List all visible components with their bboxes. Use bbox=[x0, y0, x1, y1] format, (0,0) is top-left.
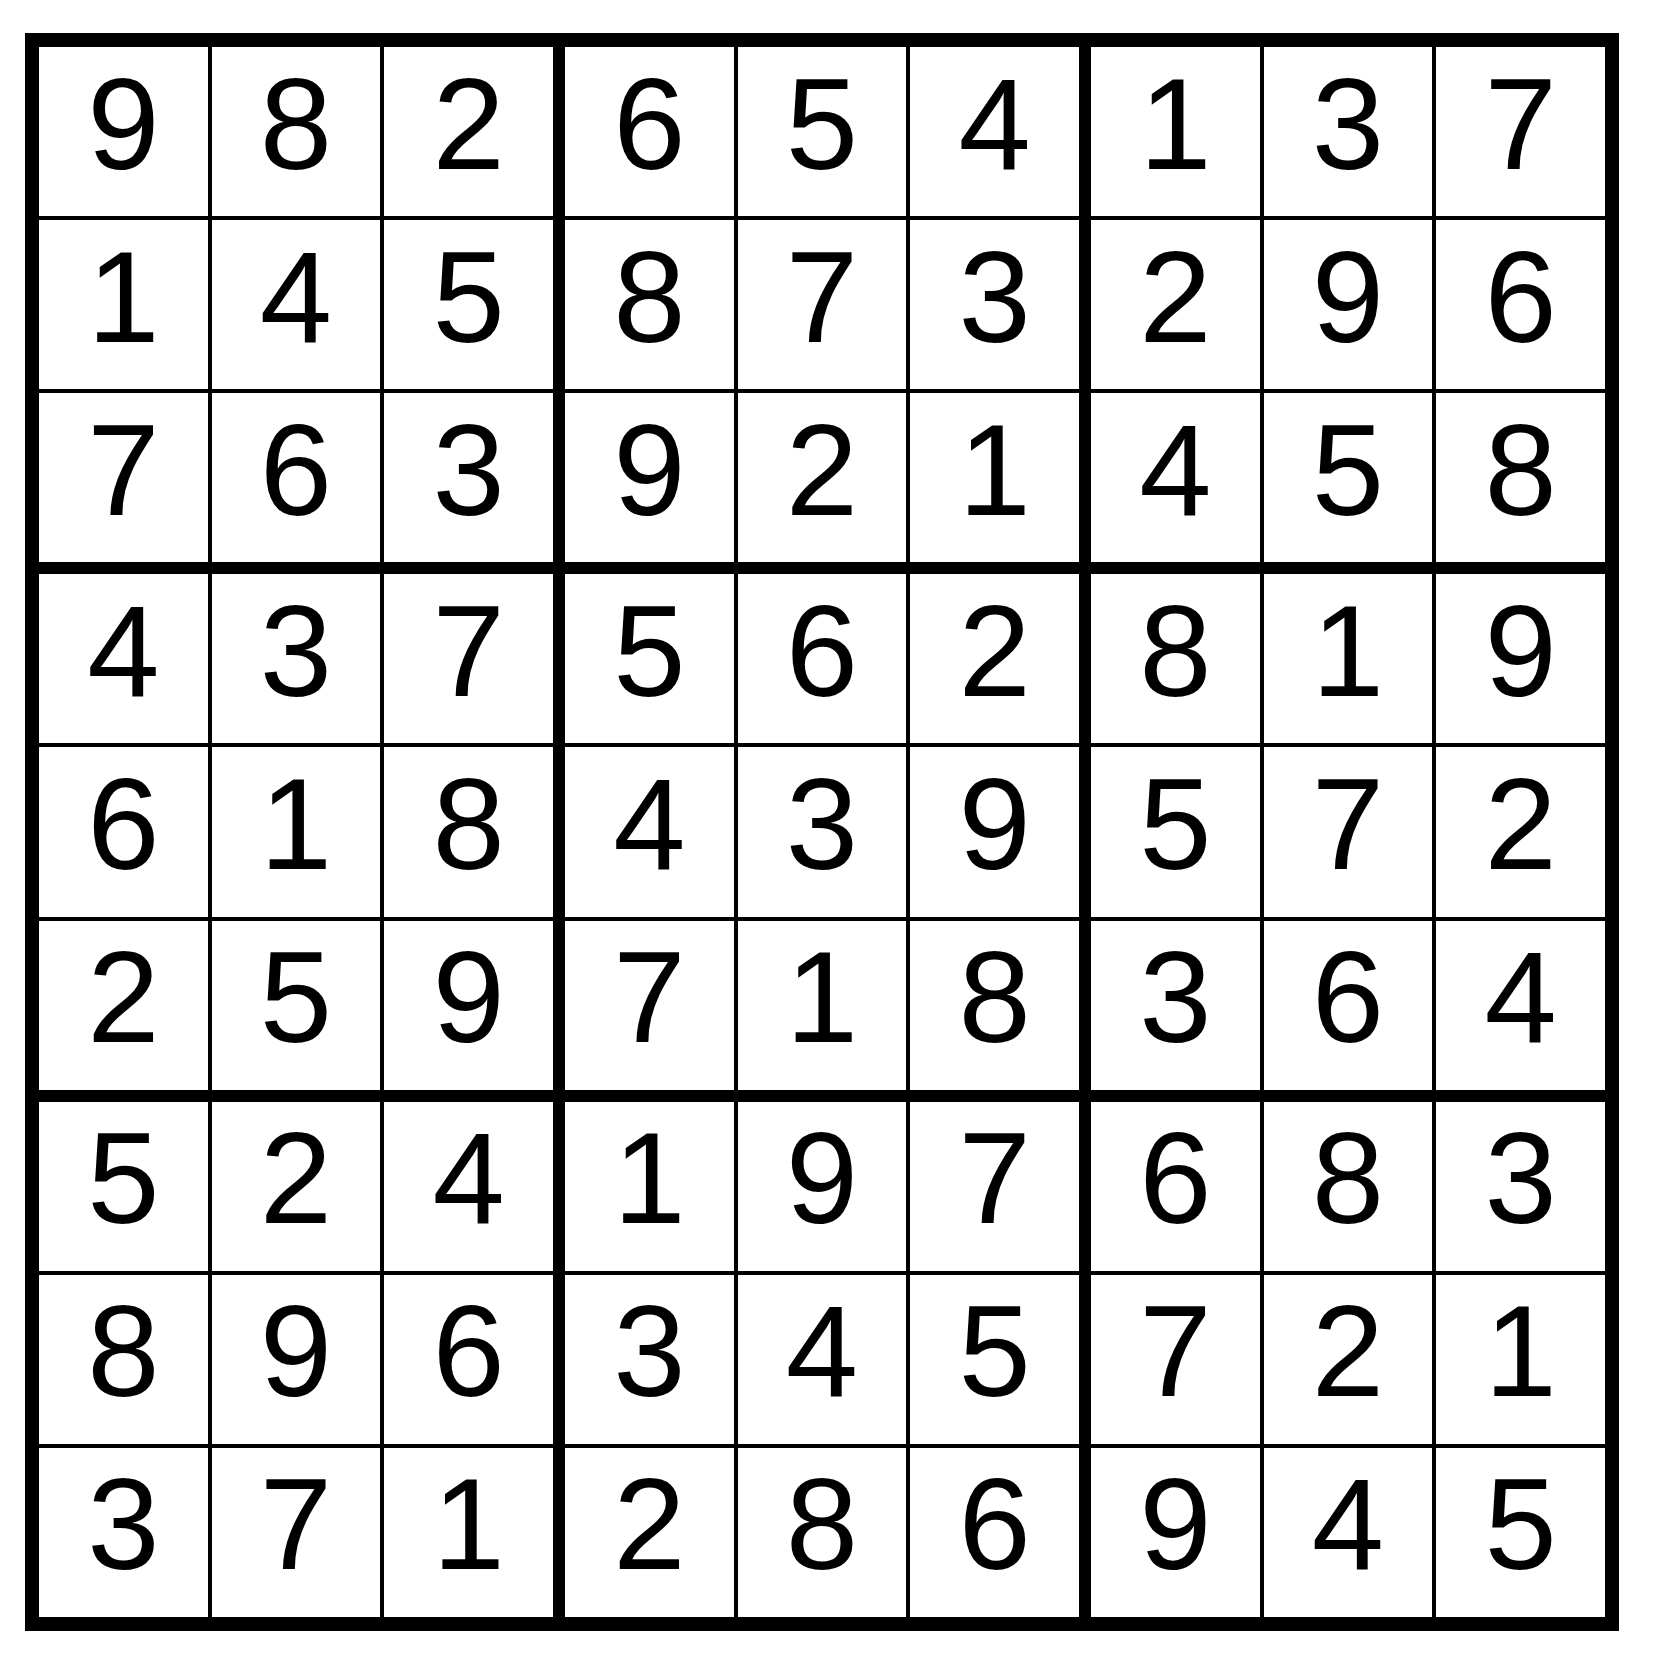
cell-digit: 9 bbox=[1312, 232, 1384, 362]
cell-r7c2[interactable]: 2 bbox=[212, 1102, 381, 1271]
cell-digit: 6 bbox=[87, 759, 159, 889]
cell-digit: 9 bbox=[433, 932, 505, 1062]
cell-r9c9[interactable]: 5 bbox=[1436, 1448, 1605, 1617]
cell-digit: 7 bbox=[1312, 759, 1384, 889]
cell-digit: 4 bbox=[1312, 1459, 1384, 1589]
cell-digit: 3 bbox=[433, 405, 505, 535]
cell-r4c6[interactable]: 2 bbox=[910, 574, 1079, 743]
box-8: 197345286 bbox=[565, 1102, 1079, 1617]
cell-digit: 9 bbox=[786, 1113, 858, 1243]
cell-r4c4[interactable]: 5 bbox=[565, 574, 734, 743]
cell-r2c3[interactable]: 5 bbox=[384, 220, 553, 389]
cell-r3c6[interactable]: 1 bbox=[910, 393, 1079, 562]
cell-r9c2[interactable]: 7 bbox=[212, 1448, 381, 1617]
cell-r5c2[interactable]: 1 bbox=[212, 747, 381, 916]
cell-r1c4[interactable]: 6 bbox=[565, 47, 734, 216]
cell-r4c7[interactable]: 8 bbox=[1091, 574, 1260, 743]
cell-r3c7[interactable]: 4 bbox=[1091, 393, 1260, 562]
cell-r9c7[interactable]: 9 bbox=[1091, 1448, 1260, 1617]
cell-digit: 2 bbox=[433, 59, 505, 189]
box-9: 683721945 bbox=[1091, 1102, 1605, 1617]
cell-digit: 2 bbox=[260, 1113, 332, 1243]
cell-digit: 4 bbox=[260, 232, 332, 362]
cell-digit: 7 bbox=[613, 932, 685, 1062]
cell-digit: 4 bbox=[959, 59, 1031, 189]
cell-digit: 4 bbox=[613, 759, 685, 889]
cell-digit: 1 bbox=[959, 405, 1031, 535]
cell-digit: 9 bbox=[1139, 1459, 1211, 1589]
cell-r6c6[interactable]: 8 bbox=[910, 921, 1079, 1090]
cell-digit: 5 bbox=[433, 232, 505, 362]
cell-digit: 3 bbox=[260, 586, 332, 716]
cell-r1c3[interactable]: 2 bbox=[384, 47, 553, 216]
cell-r7c8[interactable]: 8 bbox=[1264, 1102, 1433, 1271]
cell-r6c8[interactable]: 6 bbox=[1264, 921, 1433, 1090]
cell-r6c4[interactable]: 7 bbox=[565, 921, 734, 1090]
cell-digit: 3 bbox=[786, 759, 858, 889]
cell-digit: 6 bbox=[959, 1459, 1031, 1589]
cell-digit: 7 bbox=[260, 1459, 332, 1589]
cell-digit: 1 bbox=[1485, 1286, 1557, 1416]
cell-r5c1[interactable]: 6 bbox=[39, 747, 208, 916]
cell-digit: 4 bbox=[433, 1113, 505, 1243]
cell-r9c4[interactable]: 2 bbox=[565, 1448, 734, 1617]
cell-digit: 7 bbox=[1139, 1286, 1211, 1416]
cell-r8c2[interactable]: 9 bbox=[212, 1275, 381, 1444]
cell-r5c3[interactable]: 8 bbox=[384, 747, 553, 916]
cell-digit: 9 bbox=[1485, 586, 1557, 716]
cell-r5c9[interactable]: 2 bbox=[1436, 747, 1605, 916]
cell-r1c1[interactable]: 9 bbox=[39, 47, 208, 216]
cell-r9c5[interactable]: 8 bbox=[738, 1448, 907, 1617]
cell-digit: 1 bbox=[260, 759, 332, 889]
cell-digit: 2 bbox=[87, 932, 159, 1062]
cell-r3c1[interactable]: 7 bbox=[39, 393, 208, 562]
cell-r8c6[interactable]: 5 bbox=[910, 1275, 1079, 1444]
cell-r6c2[interactable]: 5 bbox=[212, 921, 381, 1090]
cell-r9c3[interactable]: 1 bbox=[384, 1448, 553, 1617]
cell-digit: 3 bbox=[1485, 1113, 1557, 1243]
cell-r7c4[interactable]: 1 bbox=[565, 1102, 734, 1271]
cell-r5c4[interactable]: 4 bbox=[565, 747, 734, 916]
cell-r4c8[interactable]: 1 bbox=[1264, 574, 1433, 743]
cell-digit: 4 bbox=[786, 1286, 858, 1416]
box-6: 819572364 bbox=[1091, 574, 1605, 1089]
cell-r1c9[interactable]: 7 bbox=[1436, 47, 1605, 216]
cell-digit: 8 bbox=[87, 1286, 159, 1416]
cell-digit: 9 bbox=[613, 405, 685, 535]
cell-digit: 7 bbox=[1485, 59, 1557, 189]
cell-digit: 5 bbox=[1485, 1459, 1557, 1589]
cell-digit: 6 bbox=[1312, 932, 1384, 1062]
cell-r8c5[interactable]: 4 bbox=[738, 1275, 907, 1444]
cell-digit: 5 bbox=[260, 932, 332, 1062]
cell-r6c3[interactable]: 9 bbox=[384, 921, 553, 1090]
box-7: 524896371 bbox=[39, 1102, 553, 1617]
cell-r2c6[interactable]: 3 bbox=[910, 220, 1079, 389]
cell-digit: 2 bbox=[1139, 232, 1211, 362]
cell-digit: 6 bbox=[433, 1286, 505, 1416]
cell-r8c4[interactable]: 3 bbox=[565, 1275, 734, 1444]
cell-digit: 7 bbox=[959, 1113, 1031, 1243]
cell-r3c2[interactable]: 6 bbox=[212, 393, 381, 562]
cell-r9c6[interactable]: 6 bbox=[910, 1448, 1079, 1617]
cell-digit: 8 bbox=[786, 1459, 858, 1589]
sudoku-board: 9821457636548739211372964584376182595624… bbox=[25, 33, 1619, 1631]
cell-digit: 2 bbox=[786, 405, 858, 535]
cell-r7c3[interactable]: 4 bbox=[384, 1102, 553, 1271]
cell-digit: 8 bbox=[613, 232, 685, 362]
cell-digit: 3 bbox=[87, 1459, 159, 1589]
cell-digit: 8 bbox=[1312, 1113, 1384, 1243]
cell-r4c5[interactable]: 6 bbox=[738, 574, 907, 743]
cell-r2c4[interactable]: 8 bbox=[565, 220, 734, 389]
cell-r6c9[interactable]: 4 bbox=[1436, 921, 1605, 1090]
cell-digit: 4 bbox=[87, 586, 159, 716]
cell-r1c5[interactable]: 5 bbox=[738, 47, 907, 216]
cell-r7c6[interactable]: 7 bbox=[910, 1102, 1079, 1271]
cell-digit: 8 bbox=[1485, 405, 1557, 535]
cell-r2c7[interactable]: 2 bbox=[1091, 220, 1260, 389]
cell-r5c7[interactable]: 5 bbox=[1091, 747, 1260, 916]
cell-digit: 8 bbox=[433, 759, 505, 889]
cell-digit: 1 bbox=[613, 1113, 685, 1243]
cell-r8c8[interactable]: 2 bbox=[1264, 1275, 1433, 1444]
cell-digit: 2 bbox=[1312, 1286, 1384, 1416]
box-1: 982145763 bbox=[39, 47, 553, 562]
cell-r3c4[interactable]: 9 bbox=[565, 393, 734, 562]
cell-r4c1[interactable]: 4 bbox=[39, 574, 208, 743]
cell-digit: 5 bbox=[613, 586, 685, 716]
cell-digit: 5 bbox=[1139, 759, 1211, 889]
box-3: 137296458 bbox=[1091, 47, 1605, 562]
page: 9821457636548739211372964584376182595624… bbox=[0, 0, 1654, 1654]
cell-digit: 5 bbox=[959, 1286, 1031, 1416]
box-5: 562439718 bbox=[565, 574, 1079, 1089]
cell-r7c7[interactable]: 6 bbox=[1091, 1102, 1260, 1271]
cell-r1c8[interactable]: 3 bbox=[1264, 47, 1433, 216]
box-4: 437618259 bbox=[39, 574, 553, 1089]
cell-digit: 3 bbox=[1139, 932, 1211, 1062]
cell-digit: 9 bbox=[959, 759, 1031, 889]
cell-digit: 7 bbox=[786, 232, 858, 362]
box-2: 654873921 bbox=[565, 47, 1079, 562]
cell-digit: 1 bbox=[786, 932, 858, 1062]
cell-digit: 6 bbox=[1139, 1113, 1211, 1243]
cell-digit: 1 bbox=[1139, 59, 1211, 189]
cell-r6c1[interactable]: 2 bbox=[39, 921, 208, 1090]
cell-digit: 6 bbox=[613, 59, 685, 189]
cell-r2c1[interactable]: 1 bbox=[39, 220, 208, 389]
cell-digit: 1 bbox=[433, 1459, 505, 1589]
cell-digit: 9 bbox=[260, 1286, 332, 1416]
cell-digit: 5 bbox=[786, 59, 858, 189]
cell-r3c3[interactable]: 3 bbox=[384, 393, 553, 562]
cell-r6c5[interactable]: 1 bbox=[738, 921, 907, 1090]
cell-r3c9[interactable]: 8 bbox=[1436, 393, 1605, 562]
cell-r9c8[interactable]: 4 bbox=[1264, 1448, 1433, 1617]
cell-r8c1[interactable]: 8 bbox=[39, 1275, 208, 1444]
cell-r2c9[interactable]: 6 bbox=[1436, 220, 1605, 389]
cell-digit: 4 bbox=[1485, 932, 1557, 1062]
cell-r5c5[interactable]: 3 bbox=[738, 747, 907, 916]
cell-r4c3[interactable]: 7 bbox=[384, 574, 553, 743]
cell-digit: 2 bbox=[1485, 759, 1557, 889]
cell-r5c6[interactable]: 9 bbox=[910, 747, 1079, 916]
cell-digit: 8 bbox=[1139, 586, 1211, 716]
cell-r1c7[interactable]: 1 bbox=[1091, 47, 1260, 216]
cell-r4c2[interactable]: 3 bbox=[212, 574, 381, 743]
cell-r3c5[interactable]: 2 bbox=[738, 393, 907, 562]
cell-r9c1[interactable]: 3 bbox=[39, 1448, 208, 1617]
cell-digit: 4 bbox=[1139, 405, 1211, 535]
cell-digit: 7 bbox=[87, 405, 159, 535]
cell-digit: 2 bbox=[613, 1459, 685, 1589]
cell-digit: 8 bbox=[959, 932, 1031, 1062]
cell-digit: 6 bbox=[786, 586, 858, 716]
cell-r7c5[interactable]: 9 bbox=[738, 1102, 907, 1271]
cell-r3c8[interactable]: 5 bbox=[1264, 393, 1433, 562]
cell-r1c2[interactable]: 8 bbox=[212, 47, 381, 216]
cell-r1c6[interactable]: 4 bbox=[910, 47, 1079, 216]
cell-digit: 3 bbox=[959, 232, 1031, 362]
cell-r6c7[interactable]: 3 bbox=[1091, 921, 1260, 1090]
cell-r2c5[interactable]: 7 bbox=[738, 220, 907, 389]
cell-digit: 5 bbox=[87, 1113, 159, 1243]
cell-r8c7[interactable]: 7 bbox=[1091, 1275, 1260, 1444]
cell-r4c9[interactable]: 9 bbox=[1436, 574, 1605, 743]
cell-r2c8[interactable]: 9 bbox=[1264, 220, 1433, 389]
cell-r8c9[interactable]: 1 bbox=[1436, 1275, 1605, 1444]
cell-r8c3[interactable]: 6 bbox=[384, 1275, 553, 1444]
cell-digit: 2 bbox=[959, 586, 1031, 716]
cell-digit: 1 bbox=[87, 232, 159, 362]
cell-r5c8[interactable]: 7 bbox=[1264, 747, 1433, 916]
cell-digit: 3 bbox=[1312, 59, 1384, 189]
cell-digit: 7 bbox=[433, 586, 505, 716]
cell-digit: 8 bbox=[260, 59, 332, 189]
cell-r7c1[interactable]: 5 bbox=[39, 1102, 208, 1271]
cell-r7c9[interactable]: 3 bbox=[1436, 1102, 1605, 1271]
cell-digit: 6 bbox=[1485, 232, 1557, 362]
cell-digit: 3 bbox=[613, 1286, 685, 1416]
cell-digit: 1 bbox=[1312, 586, 1384, 716]
cell-r2c2[interactable]: 4 bbox=[212, 220, 381, 389]
cell-digit: 5 bbox=[1312, 405, 1384, 535]
cell-digit: 9 bbox=[87, 59, 159, 189]
cell-digit: 6 bbox=[260, 405, 332, 535]
